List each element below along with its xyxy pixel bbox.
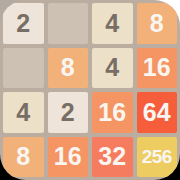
tile-4: 4 — [3, 92, 44, 133]
2048-app-icon[interactable]: 248841642166481632256 — [0, 0, 180, 180]
tile-16: 16 — [137, 48, 178, 89]
tile-8: 8 — [48, 48, 89, 89]
tile-256: 256 — [137, 137, 178, 178]
tile-8: 8 — [137, 3, 178, 44]
tile-2: 2 — [48, 92, 89, 133]
empty-cell — [48, 3, 89, 44]
tile-16: 16 — [92, 92, 133, 133]
tile-8: 8 — [3, 137, 44, 178]
tile-32: 32 — [92, 137, 133, 178]
tile-2: 2 — [3, 3, 44, 44]
tile-4: 4 — [92, 3, 133, 44]
tile-64: 64 — [137, 92, 178, 133]
tile-16: 16 — [48, 137, 89, 178]
wallpaper-background: 248841642166481632256 — [0, 0, 180, 180]
empty-cell — [3, 48, 44, 89]
tile-4: 4 — [92, 48, 133, 89]
2048-board: 248841642166481632256 — [0, 0, 180, 180]
